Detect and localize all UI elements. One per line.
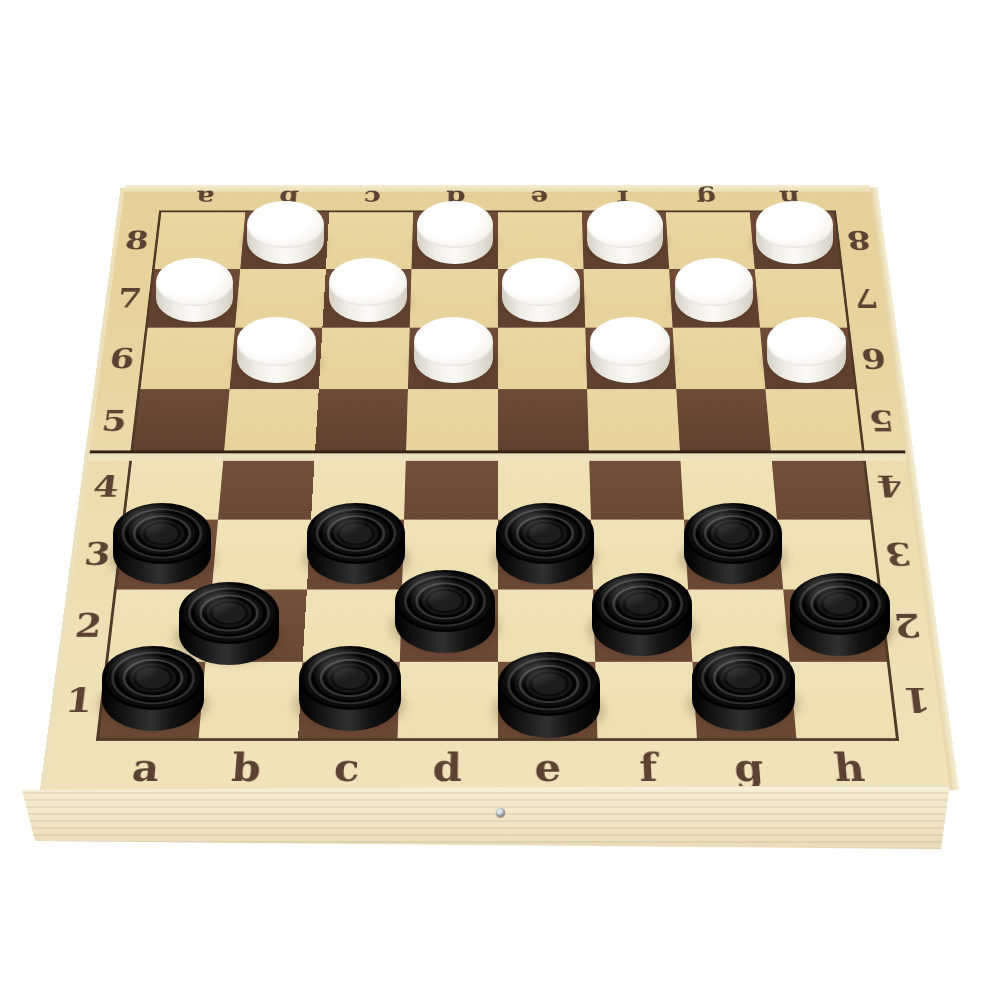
piece-top bbox=[156, 258, 234, 306]
black-checker-f2[interactable] bbox=[592, 573, 692, 656]
piece-top bbox=[496, 503, 594, 564]
black-checker-e3[interactable] bbox=[496, 503, 594, 584]
black-checker-a1[interactable] bbox=[102, 646, 204, 731]
piece-top bbox=[790, 573, 890, 635]
white-checker-g7[interactable] bbox=[675, 258, 753, 323]
piece-top bbox=[502, 258, 580, 306]
pieces-layer bbox=[0, 0, 997, 997]
piece-top bbox=[299, 646, 401, 709]
piece-top bbox=[417, 201, 493, 248]
piece-top bbox=[102, 646, 204, 709]
piece-top bbox=[307, 503, 405, 564]
board-photo: aabbccddeeffgghh1122334455667788 bbox=[0, 0, 997, 997]
black-checker-c1[interactable] bbox=[299, 646, 401, 731]
piece-top bbox=[237, 317, 317, 366]
black-checker-e1[interactable] bbox=[498, 652, 601, 737]
piece-top bbox=[587, 201, 663, 248]
white-checker-b6[interactable] bbox=[237, 317, 317, 383]
black-checker-h2[interactable] bbox=[790, 573, 890, 656]
piece-top bbox=[395, 570, 495, 632]
white-checker-d8[interactable] bbox=[417, 201, 493, 264]
piece-top bbox=[592, 573, 692, 635]
black-checker-a3[interactable] bbox=[113, 503, 211, 584]
white-checker-d6[interactable] bbox=[414, 317, 494, 383]
white-checker-h8[interactable] bbox=[756, 201, 832, 264]
black-checker-c3[interactable] bbox=[307, 503, 405, 584]
white-checker-c7[interactable] bbox=[329, 258, 407, 323]
piece-top bbox=[498, 652, 601, 716]
black-checker-d2[interactable] bbox=[395, 570, 495, 653]
piece-top bbox=[692, 646, 794, 709]
piece-top bbox=[590, 317, 670, 366]
piece-top bbox=[329, 258, 407, 306]
black-checker-g3[interactable] bbox=[684, 503, 782, 584]
white-checker-f6[interactable] bbox=[590, 317, 670, 383]
piece-top bbox=[113, 503, 211, 564]
black-checker-g1[interactable] bbox=[692, 646, 794, 731]
white-checker-f8[interactable] bbox=[587, 201, 663, 264]
piece-top bbox=[675, 258, 753, 306]
white-checker-e7[interactable] bbox=[502, 258, 580, 323]
piece-top bbox=[179, 582, 279, 644]
piece-top bbox=[767, 317, 847, 366]
piece-top bbox=[756, 201, 832, 248]
piece-top bbox=[684, 503, 782, 564]
white-checker-a7[interactable] bbox=[156, 258, 234, 323]
piece-top bbox=[414, 317, 494, 366]
white-checker-h6[interactable] bbox=[767, 317, 847, 383]
piece-top bbox=[247, 201, 323, 248]
white-checker-b8[interactable] bbox=[247, 201, 323, 264]
